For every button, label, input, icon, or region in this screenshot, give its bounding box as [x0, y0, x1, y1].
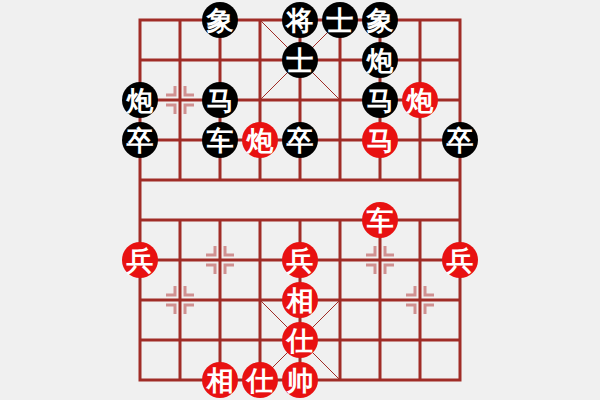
piece-glyph: 炮	[407, 87, 434, 114]
piece-red-chariot[interactable]: 车	[362, 202, 398, 238]
board-point[interactable]	[160, 120, 200, 160]
board-point[interactable]	[440, 320, 480, 360]
piece-red-soldier[interactable]: 兵	[442, 242, 478, 278]
board-point[interactable]	[240, 160, 280, 200]
board-point[interactable]: 卒	[120, 120, 160, 160]
board-point[interactable]	[240, 80, 280, 120]
piece-red-elephant[interactable]: 相	[202, 362, 238, 398]
board-point[interactable]	[320, 40, 360, 80]
board-point[interactable]	[120, 280, 160, 320]
piece-glyph: 卒	[287, 127, 314, 154]
board-point[interactable]	[440, 280, 480, 320]
piece-red-soldier[interactable]: 兵	[282, 242, 318, 278]
board-grid: 象将士象士炮炮马马炮卒车炮卒马卒车兵兵兵相仕相仕帅	[120, 0, 480, 400]
piece-glyph: 炮	[127, 87, 154, 114]
board-point[interactable]	[160, 200, 200, 240]
board-point[interactable]	[400, 120, 440, 160]
piece-glyph: 车	[367, 207, 394, 234]
board-point[interactable]	[240, 320, 280, 360]
board-point[interactable]	[120, 200, 160, 240]
board-point[interactable]	[440, 160, 480, 200]
board-point[interactable]: 兵	[440, 240, 480, 280]
board-point[interactable]	[240, 0, 280, 40]
board-point[interactable]	[400, 0, 440, 40]
piece-glyph: 兵	[287, 247, 314, 274]
piece-black-cannon[interactable]: 炮	[362, 42, 398, 78]
piece-glyph: 象	[207, 7, 234, 34]
board-point[interactable]	[280, 200, 320, 240]
piece-red-advisor[interactable]: 仕	[242, 362, 278, 398]
board-point[interactable]	[320, 360, 360, 400]
board-point[interactable]: 兵	[120, 240, 160, 280]
board-point[interactable]: 炮	[360, 40, 400, 80]
board-point[interactable]: 帅	[280, 360, 320, 400]
board-point[interactable]	[200, 160, 240, 200]
board-point[interactable]	[320, 320, 360, 360]
board-point[interactable]	[320, 200, 360, 240]
board-point[interactable]: 仕	[280, 320, 320, 360]
board-point[interactable]: 士	[280, 40, 320, 80]
board-point[interactable]: 车	[360, 200, 400, 240]
board-point[interactable]	[160, 360, 200, 400]
board-point[interactable]	[440, 360, 480, 400]
piece-glyph: 兵	[447, 247, 474, 274]
board-point[interactable]: 相	[280, 280, 320, 320]
board-point[interactable]	[360, 240, 400, 280]
board-point[interactable]: 相	[200, 360, 240, 400]
piece-red-elephant[interactable]: 相	[282, 282, 318, 318]
board-point[interactable]	[240, 40, 280, 80]
piece-glyph: 象	[367, 7, 394, 34]
board-point[interactable]	[320, 80, 360, 120]
piece-black-soldier[interactable]: 卒	[282, 122, 318, 158]
piece-glyph: 车	[207, 127, 234, 154]
board-point[interactable]: 将	[280, 0, 320, 40]
xiangqi-board: 象将士象士炮炮马马炮卒车炮卒马卒车兵兵兵相仕相仕帅	[0, 0, 600, 400]
board-point[interactable]	[440, 80, 480, 120]
board-point[interactable]	[400, 320, 440, 360]
board-point[interactable]	[400, 160, 440, 200]
board-point[interactable]	[360, 160, 400, 200]
piece-black-horse[interactable]: 马	[202, 82, 238, 118]
piece-red-soldier[interactable]: 兵	[122, 242, 158, 278]
piece-glyph: 炮	[247, 127, 274, 154]
piece-black-chariot[interactable]: 车	[202, 122, 238, 158]
board-point[interactable]	[240, 280, 280, 320]
board-point[interactable]: 马	[200, 80, 240, 120]
board-point[interactable]	[240, 200, 280, 240]
piece-glyph: 马	[367, 87, 394, 114]
board-point[interactable]	[120, 160, 160, 200]
board-point[interactable]	[120, 40, 160, 80]
board-point[interactable]: 车	[200, 120, 240, 160]
piece-black-cannon[interactable]: 炮	[122, 82, 158, 118]
board-point[interactable]	[360, 360, 400, 400]
board-point[interactable]: 马	[360, 80, 400, 120]
board-point[interactable]	[320, 160, 360, 200]
piece-black-advisor[interactable]: 士	[282, 42, 318, 78]
piece-black-advisor[interactable]: 士	[322, 2, 358, 38]
board-point[interactable]: 卒	[280, 120, 320, 160]
board-point[interactable]: 炮	[240, 120, 280, 160]
piece-red-cannon[interactable]: 炮	[402, 82, 438, 118]
board-point[interactable]	[160, 280, 200, 320]
board-point[interactable]: 炮	[120, 80, 160, 120]
piece-black-horse[interactable]: 马	[362, 82, 398, 118]
piece-glyph: 马	[367, 127, 394, 154]
board-point[interactable]: 卒	[440, 120, 480, 160]
board-point[interactable]	[320, 120, 360, 160]
piece-black-general[interactable]: 将	[282, 2, 318, 38]
board-point[interactable]: 象	[360, 0, 400, 40]
piece-glyph: 仕	[247, 367, 274, 394]
board-point[interactable]	[200, 200, 240, 240]
board-point[interactable]: 仕	[240, 360, 280, 400]
board-point[interactable]	[160, 320, 200, 360]
piece-red-general[interactable]: 帅	[282, 362, 318, 398]
piece-red-advisor[interactable]: 仕	[282, 322, 318, 358]
board-point[interactable]	[400, 280, 440, 320]
board-point[interactable]	[360, 320, 400, 360]
piece-glyph: 帅	[287, 367, 314, 394]
board-point[interactable]	[120, 0, 160, 40]
board-point[interactable]	[200, 40, 240, 80]
board-point[interactable]	[160, 160, 200, 200]
board-point[interactable]	[160, 80, 200, 120]
piece-black-elephant[interactable]: 象	[202, 2, 238, 38]
piece-glyph: 兵	[127, 247, 154, 274]
piece-black-soldier[interactable]: 卒	[442, 122, 478, 158]
board-point[interactable]	[440, 0, 480, 40]
piece-red-horse[interactable]: 马	[362, 122, 398, 158]
board-point[interactable]: 象	[200, 0, 240, 40]
piece-black-elephant[interactable]: 象	[362, 2, 398, 38]
board-point[interactable]: 士	[320, 0, 360, 40]
piece-glyph: 马	[207, 87, 234, 114]
piece-glyph: 卒	[127, 127, 154, 154]
board-point[interactable]	[320, 280, 360, 320]
board-point[interactable]	[440, 200, 480, 240]
board-point[interactable]	[120, 320, 160, 360]
board-point[interactable]: 炮	[400, 80, 440, 120]
board-point[interactable]	[280, 160, 320, 200]
board-point[interactable]	[160, 240, 200, 280]
board-point[interactable]	[200, 280, 240, 320]
piece-glyph: 士	[287, 47, 314, 74]
piece-red-cannon[interactable]: 炮	[242, 122, 278, 158]
piece-glyph: 仕	[287, 327, 314, 354]
board-point[interactable]	[200, 320, 240, 360]
piece-glyph: 士	[327, 7, 354, 34]
board-point[interactable]	[160, 0, 200, 40]
board-point[interactable]	[200, 240, 240, 280]
piece-glyph: 相	[287, 287, 314, 314]
board-point[interactable]: 兵	[280, 240, 320, 280]
board-point[interactable]	[400, 200, 440, 240]
piece-glyph: 相	[207, 367, 234, 394]
board-point[interactable]: 马	[360, 120, 400, 160]
board-point[interactable]	[400, 240, 440, 280]
board-point[interactable]	[120, 360, 160, 400]
board-point[interactable]	[160, 40, 200, 80]
board-point[interactable]	[320, 240, 360, 280]
piece-glyph: 炮	[367, 47, 394, 74]
board-point[interactable]	[440, 40, 480, 80]
piece-black-soldier[interactable]: 卒	[122, 122, 158, 158]
board-point[interactable]	[400, 360, 440, 400]
board-point[interactable]	[400, 40, 440, 80]
board-point[interactable]	[360, 280, 400, 320]
board-point[interactable]	[240, 240, 280, 280]
piece-glyph: 将	[287, 7, 314, 34]
piece-glyph: 卒	[447, 127, 474, 154]
board-point[interactable]	[280, 80, 320, 120]
